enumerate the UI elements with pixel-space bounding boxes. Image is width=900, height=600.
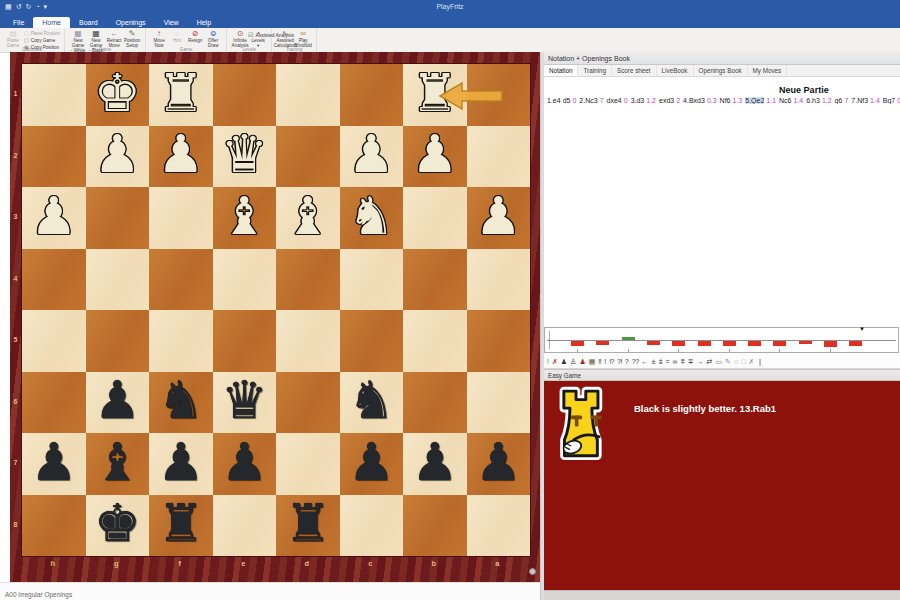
file-label-h: h — [21, 555, 85, 579]
hint-button[interactable]: ☼Hint — [168, 29, 186, 45]
move-time: 1.2 — [822, 97, 832, 104]
position-setup-icon: ✎ — [129, 29, 136, 38]
anno-interesting[interactable]: !? — [609, 358, 614, 365]
eval-bar — [824, 341, 837, 347]
square-c8[interactable] — [340, 495, 404, 557]
rank-label-4: 4 — [10, 248, 21, 310]
copy-game-button[interactable]: ▢Copy Game — [24, 37, 60, 43]
offer-draw-button[interactable]: ⊜Offer Draw — [204, 29, 222, 45]
square-h8[interactable] — [22, 495, 86, 557]
ribbon-group-game-1: ▦New Game - White▦New Game - Black←Retra… — [65, 28, 146, 52]
ribbon-group-clipboard-0: ▤Paste Game▢Paste Position▢Copy Game▣Cop… — [0, 28, 65, 52]
square-c3[interactable]: ♞ — [340, 187, 404, 249]
hint-icon: ☼ — [173, 29, 180, 38]
retract-move-button[interactable]: ←Retract Move — [105, 29, 123, 45]
square-d3[interactable]: ♝ — [276, 187, 340, 249]
square-b6[interactable] — [403, 372, 467, 434]
notation-tab-training[interactable]: Training — [578, 65, 612, 76]
board-icon[interactable]: ▦ — [5, 0, 12, 13]
board-resize-handle[interactable] — [529, 568, 536, 575]
eval-bar — [799, 341, 812, 344]
new-game-black-icon: ▦ — [92, 29, 100, 38]
anno-brilliant[interactable]: !! — [598, 358, 601, 365]
eval-bar — [723, 341, 736, 346]
move-token[interactable]: 5.Qe2 — [745, 97, 764, 104]
anno-remove[interactable]: ✗ — [748, 358, 754, 365]
position-setup-button[interactable]: ✎Position Setup — [123, 29, 141, 45]
square-d6[interactable] — [276, 372, 340, 434]
eval-bar — [571, 341, 584, 346]
file-labels: hgfedcba — [21, 555, 529, 579]
assisted-analysis-checkbox[interactable]: ☑ Assisted Analysis — [248, 31, 294, 38]
square-g1[interactable]: ♚ — [86, 64, 150, 126]
infinite-analysis-button[interactable]: ⊙Infinite Analysis — [231, 29, 249, 45]
square-e7[interactable]: ♟ — [213, 433, 277, 495]
anno-minus-plus[interactable]: ∓ — [688, 358, 694, 365]
button-label: Resign — [188, 38, 202, 43]
square-b3[interactable] — [403, 187, 467, 249]
move-token[interactable]: 6.h3 — [806, 97, 820, 104]
anno-arrow-left[interactable]: ← — [642, 358, 649, 365]
anno-edit[interactable]: ✎ — [725, 358, 731, 365]
rank-label-3: 3 — [10, 186, 21, 248]
eval-bar — [698, 341, 711, 346]
anno-blunder[interactable]: ?? — [632, 358, 639, 365]
square-e2[interactable]: ♛ — [213, 126, 277, 188]
square-b1[interactable]: ♜ — [403, 64, 467, 126]
square-e3[interactable]: ♝ — [213, 187, 277, 249]
white-bishop[interactable]: ♝ — [221, 190, 268, 242]
move-time: 1.4 — [794, 97, 804, 104]
eval-tick — [678, 349, 679, 352]
play-blindfold-icon: ∞ — [300, 29, 306, 38]
square-h7[interactable]: ♟ — [22, 433, 86, 495]
anno-square[interactable]: □ — [741, 358, 745, 365]
black-pawn[interactable]: ♟ — [475, 436, 522, 488]
move-now-button[interactable]: ↑Move Now — [150, 29, 168, 45]
anno-slight-plus[interactable]: ⩲ — [658, 358, 662, 365]
file-label-a: a — [466, 555, 530, 579]
file-label-f: f — [148, 555, 212, 579]
square-a6[interactable] — [467, 372, 531, 434]
black-pawn[interactable]: ♟ — [221, 436, 268, 488]
paste-position-icon: ▢ — [24, 30, 29, 36]
rank-label-6: 6 — [10, 371, 21, 433]
eval-bar — [849, 341, 862, 346]
easy-game-panel: Black is slightly better. 13.Rab1 — [544, 381, 900, 590]
black-queen[interactable]: ♛ — [221, 374, 268, 426]
new-game-white-icon: ▦ — [74, 29, 82, 38]
rank-label-5: 5 — [10, 309, 21, 371]
infinite-analysis-icon: ⊙ — [237, 29, 244, 38]
anno-box[interactable]: ▭ — [715, 358, 722, 365]
move-time: 2 — [676, 97, 680, 104]
annotation-toolbar: !✗♟♙♟▦!!!!??!???←±⩲=∞⩱∓→⇄▭✎○□✗❙ — [544, 354, 900, 369]
paste-position-button[interactable]: ▢Paste Position — [24, 30, 60, 36]
anno-equal[interactable]: = — [665, 358, 669, 365]
black-pawn[interactable]: ♟ — [30, 436, 77, 488]
delete-icon[interactable]: ✗ — [552, 358, 558, 365]
anno-good[interactable]: ! — [604, 358, 606, 365]
anno-circle[interactable]: ○ — [734, 358, 738, 365]
move-list[interactable]: 1.e4d502.Nc37dxe403.d31.2exd324.Bxd30.3N… — [547, 97, 900, 104]
square-g4[interactable] — [86, 249, 150, 311]
anno-bar[interactable]: ❙ — [757, 358, 763, 365]
eval-tick — [729, 349, 730, 352]
square-b8[interactable] — [403, 495, 467, 557]
square-e6[interactable]: ♛ — [213, 372, 277, 434]
notation-panel-title: Notation + Openings Book — [544, 52, 900, 65]
button-label: Hint — [173, 38, 181, 43]
file-label-b: b — [402, 555, 466, 579]
square-f4[interactable] — [149, 249, 213, 311]
square-a2[interactable] — [467, 126, 531, 188]
rank-label-8: 8 — [10, 494, 21, 556]
square-a3[interactable]: ♟ — [467, 187, 531, 249]
black-pawn[interactable]: ♟ — [348, 436, 395, 488]
square-b5[interactable] — [403, 310, 467, 372]
move-token[interactable]: Bg7 — [883, 97, 895, 104]
white-rook[interactable]: ♜ — [411, 67, 458, 119]
tab-file[interactable]: File — [4, 17, 33, 28]
square-f3[interactable] — [149, 187, 213, 249]
redo-icon[interactable]: ↻ — [26, 0, 32, 13]
anno-mistake[interactable]: ? — [625, 358, 629, 365]
white-pawn-icon[interactable]: ♙ — [570, 358, 576, 365]
board-grid[interactable]: ♚♜♜♟♟♛♟♟♟♝♝♞♟♟♞♛♞♟♝♟♟♟♟♟♚♜♜ — [21, 63, 531, 557]
square-b4[interactable] — [403, 249, 467, 311]
tab-openings[interactable]: Openings — [107, 17, 155, 28]
move-time: 1.4 — [870, 97, 880, 104]
black-knight[interactable]: ♞ — [157, 374, 204, 426]
square-c4[interactable] — [340, 249, 404, 311]
rank-label-2: 2 — [10, 125, 21, 187]
square-g5[interactable] — [86, 310, 150, 372]
menu-tab-row: FileHomeBoardOpeningsViewHelp — [0, 13, 900, 28]
black-pawn[interactable]: ♟ — [411, 436, 458, 488]
notation-tab-my-moves[interactable]: My Moves — [748, 65, 788, 76]
ribbon: ▤Paste Game▢Paste Position▢Copy Game▣Cop… — [0, 28, 900, 53]
square-d1[interactable] — [276, 64, 340, 126]
notation-tab-livebook[interactable]: LiveBook — [657, 65, 694, 76]
title-bar: ▦↺↻◔▾ PlayFritz — [0, 0, 900, 13]
rank-label-1: 1 — [10, 63, 21, 125]
new-game-white-button[interactable]: ▦New Game - White — [69, 29, 87, 45]
move-token[interactable]: g6 — [835, 97, 843, 104]
square-g2[interactable]: ♟ — [86, 126, 150, 188]
small-button-stack: ▢Paste Position▢Copy Game▣Copy Position — [24, 29, 60, 45]
dropdown-arrow-icon[interactable]: ▾ — [44, 0, 48, 13]
chess-board: 12345678 ♚♜♜♟♟♛♟♟♟♝♝♞♟♟♞♛♞♟♝♟♟♟♟♟♚♜♜ hgf… — [10, 52, 540, 582]
anno-dubious[interactable]: ?! — [617, 358, 622, 365]
board-small-icon[interactable]: ▦ — [589, 358, 596, 365]
paste-game-icon: ▤ — [9, 29, 17, 38]
square-e4[interactable] — [213, 249, 277, 311]
ribbon-group-game-2: ↑Move Now☼Hint⊘Resign⊜Offer DrawGame — [146, 28, 227, 52]
white-pawn[interactable]: ♟ — [94, 128, 141, 180]
square-a1[interactable] — [467, 64, 531, 126]
square-f1[interactable]: ♜ — [149, 64, 213, 126]
playfritz-window: { "window": {"title": "PlayFritz"}, "qui… — [0, 0, 900, 600]
eval-tick — [577, 349, 578, 352]
square-e1[interactable] — [213, 64, 277, 126]
square-a5[interactable] — [467, 310, 531, 372]
square-f7[interactable]: ♟ — [149, 433, 213, 495]
new-game-black-button[interactable]: ▦New Game - Black — [87, 29, 105, 45]
square-f6[interactable]: ♞ — [149, 372, 213, 434]
move-token[interactable]: dxe4 — [607, 97, 622, 104]
eval-tick — [779, 349, 780, 352]
anno-counterplay[interactable]: ⇄ — [707, 358, 713, 365]
notation-tabs: NotationTrainingScore sheetLiveBookOpeni… — [544, 65, 900, 77]
move-time: 0 — [572, 97, 576, 104]
white-bishop[interactable]: ♝ — [284, 190, 331, 242]
square-h1[interactable] — [22, 64, 86, 126]
move-token[interactable]: 2.Nc3 — [579, 97, 597, 104]
square-c6[interactable]: ♞ — [340, 372, 404, 434]
square-h6[interactable] — [22, 372, 86, 434]
notation-tab-notation[interactable]: Notation — [544, 65, 578, 76]
white-pawn[interactable]: ♟ — [157, 128, 204, 180]
file-label-c: c — [339, 555, 403, 579]
red-pawn-icon[interactable]: ♟ — [579, 358, 585, 365]
square-d7[interactable] — [276, 433, 340, 495]
white-rook[interactable]: ♜ — [157, 67, 204, 119]
window-title: PlayFritz — [0, 3, 900, 10]
square-a8[interactable] — [467, 495, 531, 557]
anno-unclear[interactable]: ∞ — [673, 358, 678, 365]
file-label-g: g — [85, 555, 149, 579]
anno-plus-minus[interactable]: ± — [652, 358, 656, 365]
rank-labels: 12345678 — [10, 63, 21, 555]
square-b2[interactable]: ♟ — [403, 126, 467, 188]
square-g7[interactable]: ♝ — [86, 433, 150, 495]
move-token[interactable]: 4.Bxd3 — [683, 97, 705, 104]
checkbox-checked-icon: ☑ — [248, 31, 253, 38]
retract-move-icon: ← — [110, 29, 118, 38]
panel-bottom-strip — [544, 590, 900, 600]
square-c5[interactable] — [340, 310, 404, 372]
move-time: 1.3 — [733, 97, 743, 104]
file-label-e: e — [212, 555, 276, 579]
square-d4[interactable] — [276, 249, 340, 311]
move-token[interactable]: 1.e4 — [547, 97, 561, 104]
anno-slight-minus[interactable]: ⩱ — [681, 358, 685, 365]
white-king[interactable]: ♚ — [94, 67, 141, 119]
black-pawn-icon[interactable]: ♟ — [561, 358, 567, 365]
move-time: 0 — [624, 97, 628, 104]
white-queen[interactable]: ♛ — [221, 128, 268, 180]
eval-bar — [748, 341, 761, 346]
small-button-label: Copy Game — [31, 38, 56, 43]
move-token[interactable]: d5 — [563, 97, 571, 104]
square-d2[interactable] — [276, 126, 340, 188]
white-pawn[interactable]: ♟ — [411, 128, 458, 180]
move-time: 1.1 — [766, 97, 776, 104]
game-header: Neue Partie — [779, 85, 829, 95]
square-h3[interactable]: ♟ — [22, 187, 86, 249]
move-time: 7 — [600, 97, 604, 104]
notation-tab-score-sheet[interactable]: Score sheet — [612, 65, 657, 76]
square-h2[interactable] — [22, 126, 86, 188]
quick-access-toolbar: ▦↺↻◔▾ — [0, 0, 47, 13]
square-c7[interactable]: ♟ — [340, 433, 404, 495]
square-g6[interactable]: ♟ — [86, 372, 150, 434]
move-token[interactable]: exd3 — [659, 97, 674, 104]
move-time: 7 — [844, 97, 848, 104]
square-g8[interactable]: ♚ — [86, 495, 150, 557]
white-knight[interactable]: ♞ — [348, 190, 395, 242]
undo-icon[interactable]: ↺ — [16, 0, 22, 13]
copy-game-icon: ▢ — [24, 37, 29, 43]
white-pawn[interactable]: ♟ — [348, 128, 395, 180]
black-pawn[interactable]: ♟ — [157, 436, 204, 488]
move-token[interactable]: Nf6 — [720, 97, 731, 104]
offer-draw-icon: ⊜ — [210, 29, 217, 38]
file-label-d: d — [275, 555, 339, 579]
notation-panel: Notation + Openings Book NotationTrainin… — [544, 52, 900, 600]
move-time: 0.3 — [707, 97, 717, 104]
assisted-analysis-label: Assisted Analysis — [255, 32, 294, 38]
square-h5[interactable] — [22, 310, 86, 372]
eval-bar — [647, 341, 660, 345]
engine-assessment-text: Black is slightly better. 13.Rab1 — [634, 403, 776, 414]
resign-button[interactable]: ⊘Resign — [186, 29, 204, 45]
square-e8[interactable] — [213, 495, 277, 557]
square-f5[interactable] — [149, 310, 213, 372]
tab-view[interactable]: View — [155, 17, 188, 28]
notation-tab-openings-book[interactable]: Openings Book — [694, 65, 748, 76]
move-now-icon: ↑ — [157, 29, 161, 38]
black-pawn[interactable]: ♟ — [94, 374, 141, 426]
white-pawn[interactable]: ♟ — [30, 190, 77, 242]
anno-arrow-right[interactable]: → — [697, 358, 704, 365]
black-rook[interactable]: ♜ — [157, 497, 204, 549]
eval-bar — [672, 341, 685, 346]
square-g3[interactable] — [86, 187, 150, 249]
eval-bar — [622, 337, 635, 340]
eval-bar — [773, 341, 786, 346]
good-move-icon[interactable]: ! — [547, 358, 549, 365]
square-a4[interactable] — [467, 249, 531, 311]
square-c2[interactable]: ♟ — [340, 126, 404, 188]
play-blindfold-button[interactable]: ∞Play Blindfold — [294, 29, 312, 45]
black-bishop[interactable]: ♝ — [94, 436, 141, 488]
square-d5[interactable] — [276, 310, 340, 372]
eval-tick — [830, 349, 831, 352]
black-rook[interactable]: ♜ — [284, 497, 331, 549]
small-button-label: Paste Position — [31, 31, 60, 36]
square-a7[interactable]: ♟ — [467, 433, 531, 495]
move-time: 1.2 — [646, 97, 656, 104]
square-h4[interactable] — [22, 249, 86, 311]
bell-icon[interactable]: ◔ — [35, 0, 39, 13]
evaluation-chart[interactable]: ▼ — [544, 327, 899, 353]
eval-bar — [596, 341, 609, 345]
paste-game-button[interactable]: ▤Paste Game — [4, 29, 22, 45]
square-b7[interactable]: ♟ — [403, 433, 467, 495]
status-bar: A00 Irregular Openings — [0, 582, 540, 600]
square-f8[interactable]: ♜ — [149, 495, 213, 557]
easy-game-header: Easy Game — [544, 369, 900, 381]
move-token[interactable]: 7.Nf3 — [851, 97, 868, 104]
square-f2[interactable]: ♟ — [149, 126, 213, 188]
opening-classification: A00 Irregular Openings — [0, 589, 72, 600]
tab-home[interactable]: Home — [33, 17, 70, 28]
square-c1[interactable] — [340, 64, 404, 126]
eval-current-marker: ▼ — [859, 326, 865, 332]
black-knight[interactable]: ♞ — [348, 374, 395, 426]
white-pawn[interactable]: ♟ — [475, 190, 522, 242]
square-e5[interactable] — [213, 310, 277, 372]
move-token[interactable]: Nc6 — [779, 97, 791, 104]
rook-mascot-icon — [548, 385, 626, 463]
tab-board[interactable]: Board — [70, 17, 107, 28]
rank-label-7: 7 — [10, 432, 21, 494]
black-king[interactable]: ♚ — [94, 497, 141, 549]
move-token[interactable]: 3.d3 — [631, 97, 645, 104]
eval-tick — [628, 349, 629, 352]
square-d8[interactable]: ♜ — [276, 495, 340, 557]
resign-icon: ⊘ — [192, 29, 199, 38]
notation-body: Neue Partie 1.e4d502.Nc37dxe403.d31.2exd… — [544, 77, 900, 327]
tab-help[interactable]: Help — [188, 17, 220, 28]
